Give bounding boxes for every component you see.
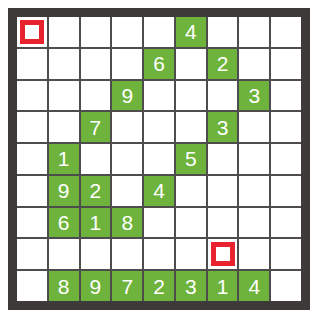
cell-r5c1: 9: [49, 176, 79, 206]
cell-r0c4[interactable]: [144, 17, 174, 47]
cell-r1c8[interactable]: [271, 49, 301, 79]
cell-r7c3[interactable]: [112, 239, 142, 269]
cell-r6c5[interactable]: [176, 208, 206, 238]
cell-r1c7[interactable]: [239, 49, 269, 79]
cell-r3c6: 3: [208, 112, 238, 142]
cell-r6c0[interactable]: [17, 208, 47, 238]
cell-r6c2: 1: [81, 208, 111, 238]
cell-r1c1[interactable]: [49, 49, 79, 79]
cell-r8c1: 8: [49, 271, 79, 301]
cell-r5c3[interactable]: [112, 176, 142, 206]
cell-r3c1[interactable]: [49, 112, 79, 142]
red-target-marker: [211, 242, 235, 266]
cell-r5c7[interactable]: [239, 176, 269, 206]
cell-r8c4: 2: [144, 271, 174, 301]
cell-r6c1: 6: [49, 208, 79, 238]
cell-r4c5: 5: [176, 144, 206, 174]
cell-r2c7: 3: [239, 81, 269, 111]
cell-r2c1[interactable]: [49, 81, 79, 111]
cell-r7c0[interactable]: [17, 239, 47, 269]
cell-r3c3[interactable]: [112, 112, 142, 142]
cell-r7c2[interactable]: [81, 239, 111, 269]
cell-r2c2[interactable]: [81, 81, 111, 111]
cell-r7c8[interactable]: [271, 239, 301, 269]
cell-r0c1[interactable]: [49, 17, 79, 47]
cell-r8c2: 9: [81, 271, 111, 301]
cell-r0c2[interactable]: [81, 17, 111, 47]
cell-r4c4[interactable]: [144, 144, 174, 174]
cell-r2c8[interactable]: [271, 81, 301, 111]
puzzle-canvas: 4629373159246188972314: [0, 0, 318, 318]
cell-r6c8[interactable]: [271, 208, 301, 238]
cell-r6c3: 8: [112, 208, 142, 238]
cell-r4c1: 1: [49, 144, 79, 174]
cell-r0c0[interactable]: [17, 17, 47, 47]
cell-r0c7[interactable]: [239, 17, 269, 47]
cell-r5c8[interactable]: [271, 176, 301, 206]
cell-r1c6: 2: [208, 49, 238, 79]
cell-r8c3: 7: [112, 271, 142, 301]
cell-r5c4: 4: [144, 176, 174, 206]
cell-r0c6[interactable]: [208, 17, 238, 47]
cell-r3c8[interactable]: [271, 112, 301, 142]
cell-r2c0[interactable]: [17, 81, 47, 111]
cell-r0c8[interactable]: [271, 17, 301, 47]
cell-r3c7[interactable]: [239, 112, 269, 142]
cell-r3c0[interactable]: [17, 112, 47, 142]
cell-r4c2[interactable]: [81, 144, 111, 174]
cell-r0c3[interactable]: [112, 17, 142, 47]
cell-r6c6[interactable]: [208, 208, 238, 238]
cell-r2c3: 9: [112, 81, 142, 111]
cell-r8c7: 4: [239, 271, 269, 301]
cell-r8c0[interactable]: [17, 271, 47, 301]
cell-r1c5[interactable]: [176, 49, 206, 79]
cell-r8c5: 3: [176, 271, 206, 301]
cell-r2c4[interactable]: [144, 81, 174, 111]
cell-r5c0[interactable]: [17, 176, 47, 206]
cell-r3c4[interactable]: [144, 112, 174, 142]
cell-r1c2[interactable]: [81, 49, 111, 79]
cell-r3c5[interactable]: [176, 112, 206, 142]
cell-r5c2: 2: [81, 176, 111, 206]
cell-r1c4: 6: [144, 49, 174, 79]
cell-r5c6[interactable]: [208, 176, 238, 206]
cell-r7c6[interactable]: [208, 239, 238, 269]
cell-r6c7[interactable]: [239, 208, 269, 238]
cell-r4c0[interactable]: [17, 144, 47, 174]
cell-r1c0[interactable]: [17, 49, 47, 79]
cell-r2c6[interactable]: [208, 81, 238, 111]
red-target-marker: [20, 20, 44, 44]
cell-r0c5: 4: [176, 17, 206, 47]
cell-r5c5[interactable]: [176, 176, 206, 206]
cell-r4c6[interactable]: [208, 144, 238, 174]
cell-r3c2: 7: [81, 112, 111, 142]
cell-r4c7[interactable]: [239, 144, 269, 174]
cell-r8c8[interactable]: [271, 271, 301, 301]
cell-r1c3[interactable]: [112, 49, 142, 79]
cell-r4c3[interactable]: [112, 144, 142, 174]
cell-r6c4[interactable]: [144, 208, 174, 238]
cell-r4c8[interactable]: [271, 144, 301, 174]
cell-r7c7[interactable]: [239, 239, 269, 269]
cell-r8c6: 1: [208, 271, 238, 301]
cell-r7c4[interactable]: [144, 239, 174, 269]
cell-r7c5[interactable]: [176, 239, 206, 269]
cell-r2c5[interactable]: [176, 81, 206, 111]
cell-r7c1[interactable]: [49, 239, 79, 269]
puzzle-board: 4629373159246188972314: [8, 8, 310, 310]
